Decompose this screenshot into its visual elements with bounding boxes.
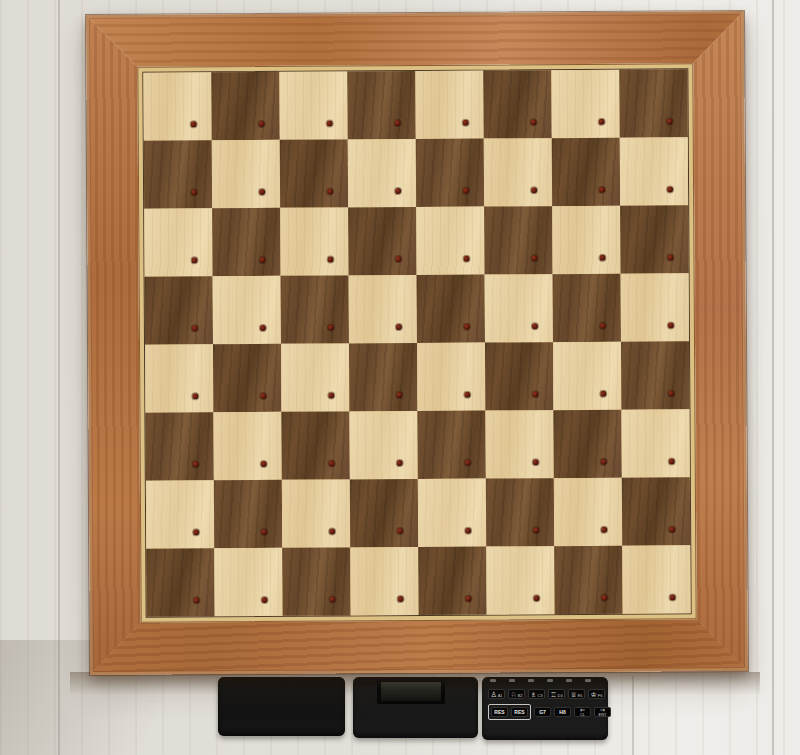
led-indicator	[327, 120, 333, 126]
chess-board	[86, 11, 748, 675]
reset-keys-group: RESRES	[488, 704, 531, 720]
led-indicator	[465, 460, 471, 466]
square-f6[interactable]	[484, 206, 552, 274]
square-c3[interactable]	[281, 411, 349, 479]
square-h2[interactable]	[622, 477, 690, 545]
led-indicator	[601, 527, 607, 533]
square-a7[interactable]	[144, 140, 212, 208]
piece-key-glyph: ♕	[570, 691, 576, 698]
square-g6[interactable]	[552, 206, 620, 274]
led-indicator	[191, 257, 197, 263]
key-f6[interactable]: ♔F6	[588, 689, 605, 699]
square-f5[interactable]	[485, 274, 553, 342]
square-h3[interactable]	[621, 409, 689, 477]
led-indicator	[669, 594, 675, 600]
square-e1[interactable]	[418, 547, 486, 615]
piece-key-label: C3	[538, 694, 543, 698]
square-g2[interactable]	[554, 478, 622, 546]
led-indicator	[463, 120, 469, 126]
square-d3[interactable]	[349, 411, 417, 479]
led-indicator	[465, 596, 471, 602]
piece-key-glyph: ♗	[530, 691, 536, 698]
led-indicator	[329, 528, 335, 534]
led-indicator	[395, 120, 401, 126]
led-indicator	[259, 189, 265, 195]
square-d6[interactable]	[348, 207, 416, 275]
square-f4[interactable]	[485, 342, 553, 410]
piece-key-label: B2	[518, 694, 523, 698]
square-b6[interactable]	[212, 208, 280, 276]
square-c4[interactable]	[281, 343, 349, 411]
board-inner-line	[142, 68, 691, 617]
square-c6[interactable]	[280, 207, 348, 275]
square-a6[interactable]	[144, 208, 212, 276]
key-e5[interactable]: ♕E5	[568, 689, 585, 699]
square-h7[interactable]	[620, 137, 688, 205]
led-indicator	[601, 595, 607, 601]
square-f7[interactable]	[484, 138, 552, 206]
led-indicator	[397, 596, 403, 602]
led-indicator	[599, 187, 605, 193]
key-res-2[interactable]: RES	[511, 707, 528, 717]
key-ent[interactable]: ⇒ENT	[594, 707, 611, 717]
led-indicator	[261, 461, 267, 467]
square-d7[interactable]	[348, 139, 416, 207]
square-h4[interactable]	[621, 341, 689, 409]
square-f8[interactable]	[483, 70, 551, 138]
square-e6[interactable]	[416, 207, 484, 275]
led-indicator	[463, 188, 469, 194]
led-indicator	[600, 391, 606, 397]
square-e5[interactable]	[417, 275, 485, 343]
led-indicator	[532, 323, 538, 329]
led-indicator	[668, 390, 674, 396]
piece-key-glyph: ♔	[591, 691, 597, 698]
key-res-1[interactable]: RES	[491, 707, 508, 717]
square-a4[interactable]	[145, 344, 213, 412]
square-h5[interactable]	[621, 273, 689, 341]
square-a3[interactable]	[145, 412, 213, 480]
square-f1[interactable]	[486, 546, 554, 614]
key-h8[interactable]: H8	[554, 707, 571, 717]
square-e4[interactable]	[417, 343, 485, 411]
piece-key-label: A1	[498, 694, 503, 698]
led-indicator	[533, 595, 539, 601]
board-grid	[143, 69, 690, 616]
led-indicator	[667, 254, 673, 260]
square-d4[interactable]	[349, 343, 417, 411]
square-a1[interactable]	[146, 548, 214, 616]
square-b1[interactable]	[214, 548, 282, 616]
led-indicator	[669, 458, 675, 464]
square-h1[interactable]	[622, 545, 690, 613]
piece-key-label: E5	[578, 694, 583, 698]
led-indicator	[191, 189, 197, 195]
piece-key-row: ♙A1♘B2♗C3♖D4♕E5♔F6	[488, 689, 605, 699]
cut-off-label-strip	[490, 679, 602, 684]
led-indicator	[328, 324, 334, 330]
led-indicator	[464, 392, 470, 398]
led-indicator	[397, 460, 403, 466]
square-a8[interactable]	[143, 72, 211, 140]
led-indicator	[259, 121, 265, 127]
led-indicator	[531, 255, 537, 261]
led-indicator	[531, 119, 537, 125]
board-inlay-border	[137, 63, 696, 622]
key-c3[interactable]: ♗C3	[528, 689, 545, 699]
led-indicator	[533, 527, 539, 533]
square-c2[interactable]	[282, 479, 350, 547]
square-e7[interactable]	[416, 139, 484, 207]
piece-key-glyph: ♙	[490, 691, 496, 698]
square-e8[interactable]	[415, 71, 483, 139]
console-display-module	[353, 677, 478, 738]
function-key-label: ENT	[599, 713, 607, 717]
piece-key-glyph: ♖	[550, 691, 556, 698]
floor-plank-seam	[772, 0, 774, 755]
square-g7[interactable]	[552, 138, 620, 206]
led-indicator	[465, 528, 471, 534]
square-e2[interactable]	[418, 479, 486, 547]
led-indicator	[667, 186, 673, 192]
square-c5[interactable]	[281, 275, 349, 343]
square-g1[interactable]	[554, 546, 622, 614]
led-indicator	[599, 255, 605, 261]
led-indicator	[395, 188, 401, 194]
square-b7[interactable]	[212, 140, 280, 208]
key-d4[interactable]: ♖D4	[548, 689, 565, 699]
square-c1[interactable]	[282, 547, 350, 615]
key-b2[interactable]: ♘B2	[508, 689, 525, 699]
led-indicator	[191, 121, 197, 127]
led-indicator	[463, 256, 469, 262]
console-blank-module	[218, 677, 345, 736]
key-a1[interactable]: ♙A1	[488, 689, 505, 699]
led-indicator	[260, 393, 266, 399]
key-cl[interactable]: ⇐CL	[574, 707, 591, 717]
led-indicator	[192, 325, 198, 331]
led-indicator	[193, 597, 199, 603]
piece-key-glyph: ♘	[510, 691, 516, 698]
led-indicator	[533, 459, 539, 465]
scene: { "game": "chess", "position": "8/8/8/8/…	[0, 0, 800, 755]
led-indicator	[396, 324, 402, 330]
square-f3[interactable]	[485, 410, 553, 478]
square-b5[interactable]	[213, 276, 281, 344]
led-indicator	[601, 459, 607, 465]
led-indicator	[192, 393, 198, 399]
piece-key-label: F6	[598, 694, 603, 698]
led-indicator	[668, 322, 674, 328]
piece-key-label: D4	[558, 694, 563, 698]
square-f2[interactable]	[486, 478, 554, 546]
square-h6[interactable]	[620, 205, 688, 273]
led-indicator	[395, 256, 401, 262]
led-indicator	[667, 118, 673, 124]
square-g8[interactable]	[551, 70, 619, 138]
lcd-bezel	[377, 679, 445, 704]
square-g4[interactable]	[553, 342, 621, 410]
led-indicator	[193, 529, 199, 535]
led-indicator	[261, 529, 267, 535]
led-indicator	[397, 528, 403, 534]
square-d2[interactable]	[350, 479, 418, 547]
led-indicator	[532, 391, 538, 397]
led-indicator	[464, 324, 470, 330]
square-g3[interactable]	[553, 410, 621, 478]
led-indicator	[193, 461, 199, 467]
square-c8[interactable]	[279, 71, 347, 139]
square-d1[interactable]	[350, 547, 418, 615]
led-indicator	[259, 257, 265, 263]
led-indicator	[261, 597, 267, 603]
led-indicator	[600, 323, 606, 329]
led-indicator	[328, 392, 334, 398]
led-indicator	[396, 392, 402, 398]
square-a2[interactable]	[146, 480, 214, 548]
led-indicator	[327, 256, 333, 262]
led-indicator	[327, 188, 333, 194]
square-b8[interactable]	[211, 72, 279, 140]
led-indicator	[329, 460, 335, 466]
key-g7[interactable]: G7	[534, 707, 551, 717]
square-b3[interactable]	[213, 412, 281, 480]
square-e3[interactable]	[417, 411, 485, 479]
function-key-row: RESRESG7H8⇐CL⇒ENT	[488, 704, 611, 720]
led-indicator	[531, 187, 537, 193]
led-indicator	[599, 119, 605, 125]
square-c7[interactable]	[280, 139, 348, 207]
led-indicator	[260, 325, 266, 331]
console-keypad-module: ♙A1♘B2♗C3♖D4♕E5♔F6 RESRESG7H8⇐CL⇒ENT	[482, 677, 608, 740]
square-a5[interactable]	[145, 276, 213, 344]
square-d5[interactable]	[349, 275, 417, 343]
square-b2[interactable]	[214, 480, 282, 548]
lcd-screen	[381, 682, 441, 701]
square-g5[interactable]	[553, 274, 621, 342]
square-d8[interactable]	[347, 71, 415, 139]
square-b4[interactable]	[213, 344, 281, 412]
led-indicator	[329, 596, 335, 602]
square-h8[interactable]	[619, 69, 687, 137]
function-key-label: CL	[580, 713, 585, 717]
led-indicator	[669, 526, 675, 532]
